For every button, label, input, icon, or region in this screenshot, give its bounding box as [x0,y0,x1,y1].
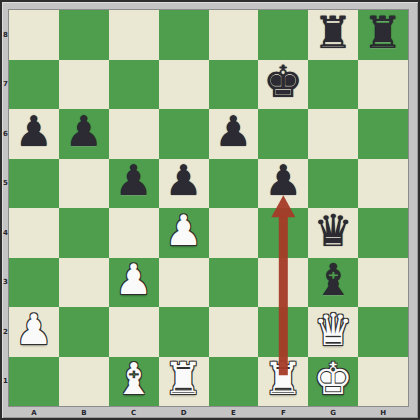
square-a2[interactable]: ♟ [9,307,59,357]
piece-black-rook-g8[interactable]: ♜ [313,11,352,55]
square-b3[interactable] [59,258,109,308]
file-label-E: E [209,407,259,418]
square-c2[interactable] [109,307,159,357]
file-label-G: G [308,407,358,418]
piece-black-rook-h8[interactable]: ♜ [363,11,402,55]
square-d3[interactable] [159,258,209,308]
square-e8[interactable] [209,10,259,60]
rank-label-2: 2 [2,307,9,357]
piece-black-pawn-e6[interactable]: ♟ [215,111,253,153]
piece-black-pawn-d5[interactable]: ♟ [165,160,203,202]
square-g2[interactable]: ♛ [308,307,358,357]
square-a4[interactable] [9,208,59,258]
file-label-D: D [159,407,209,418]
piece-black-queen-g4[interactable]: ♛ [313,209,352,253]
square-g4[interactable]: ♛ [308,208,358,258]
piece-black-king-f7[interactable]: ♚ [264,60,303,104]
square-g6[interactable] [308,109,358,159]
square-h8[interactable]: ♜ [358,10,408,60]
square-e3[interactable] [209,258,259,308]
square-g5[interactable] [308,159,358,209]
square-c1[interactable]: ♝ [109,357,159,407]
piece-white-pawn-d4[interactable]: ♟ [165,210,203,252]
file-labels: ABCDEFGH [9,407,408,418]
square-d2[interactable] [159,307,209,357]
square-g1[interactable]: ♚ [308,357,358,407]
square-b2[interactable] [59,307,109,357]
square-a1[interactable] [9,357,59,407]
rank-label-1: 1 [2,357,9,407]
square-g8[interactable]: ♜ [308,10,358,60]
square-b7[interactable] [59,60,109,110]
piece-white-rook-f1[interactable]: ♜ [264,357,303,401]
square-d6[interactable] [159,109,209,159]
square-g3[interactable]: ♝ [308,258,358,308]
square-a6[interactable]: ♟ [9,109,59,159]
square-e6[interactable]: ♟ [209,109,259,159]
square-d1[interactable]: ♜ [159,357,209,407]
square-e4[interactable] [209,208,259,258]
square-a5[interactable] [9,159,59,209]
rank-label-6: 6 [2,109,9,159]
piece-black-pawn-f5[interactable]: ♟ [264,160,302,202]
file-label-H: H [358,407,408,418]
piece-white-pawn-a2[interactable]: ♟ [15,309,53,351]
file-label-B: B [59,407,109,418]
file-label-F: F [258,407,308,418]
square-g7[interactable] [308,60,358,110]
square-f1[interactable]: ♜ [258,357,308,407]
square-a3[interactable] [9,258,59,308]
square-b8[interactable] [59,10,109,60]
square-c3[interactable]: ♟ [109,258,159,308]
square-b4[interactable] [59,208,109,258]
file-label-A: A [9,407,59,418]
square-c7[interactable] [109,60,159,110]
square-b1[interactable] [59,357,109,407]
rank-label-3: 3 [2,258,9,308]
chess-board-screenshot: 87654321 ♜♜♚♟♟♟♟♟♟♟♛♟♝♟♛♝♜♜♚ ABCDEFGH [0,0,420,420]
square-h1[interactable] [358,357,408,407]
rank-label-7: 7 [2,60,9,110]
rank-label-8: 8 [2,10,9,60]
rank-label-4: 4 [2,208,9,258]
square-h3[interactable] [358,258,408,308]
file-label-C: C [109,407,159,418]
square-c8[interactable] [109,10,159,60]
square-f3[interactable] [258,258,308,308]
square-c5[interactable]: ♟ [109,159,159,209]
square-e5[interactable] [209,159,259,209]
piece-white-bishop-c1[interactable]: ♝ [114,357,153,401]
square-f2[interactable] [258,307,308,357]
square-h6[interactable] [358,109,408,159]
square-d7[interactable] [159,60,209,110]
square-f6[interactable] [258,109,308,159]
square-e1[interactable] [209,357,259,407]
square-h7[interactable] [358,60,408,110]
square-d8[interactable] [159,10,209,60]
rank-labels: 87654321 [2,10,9,406]
piece-black-bishop-g3[interactable]: ♝ [313,258,352,302]
square-a8[interactable] [9,10,59,60]
rank-label-5: 5 [2,159,9,209]
piece-black-pawn-a6[interactable]: ♟ [15,111,53,153]
piece-black-pawn-c5[interactable]: ♟ [115,160,153,202]
square-d5[interactable]: ♟ [159,159,209,209]
square-c4[interactable] [109,208,159,258]
square-f4[interactable] [258,208,308,258]
piece-white-king-g1[interactable]: ♚ [313,357,352,401]
piece-white-queen-g2[interactable]: ♛ [313,308,352,352]
square-h2[interactable] [358,307,408,357]
square-e2[interactable] [209,307,259,357]
piece-white-rook-d1[interactable]: ♜ [164,357,203,401]
square-a7[interactable] [9,60,59,110]
square-e7[interactable] [209,60,259,110]
board[interactable]: ♜♜♚♟♟♟♟♟♟♟♛♟♝♟♛♝♜♜♚ [9,10,408,406]
square-b5[interactable] [59,159,109,209]
square-h4[interactable] [358,208,408,258]
square-f8[interactable] [258,10,308,60]
square-h5[interactable] [358,159,408,209]
square-f5[interactable]: ♟ [258,159,308,209]
piece-white-pawn-c3[interactable]: ♟ [115,259,153,301]
square-c6[interactable] [109,109,159,159]
piece-black-pawn-b6[interactable]: ♟ [65,111,103,153]
square-d4[interactable]: ♟ [159,208,209,258]
square-f7[interactable]: ♚ [258,60,308,110]
square-b6[interactable]: ♟ [59,109,109,159]
